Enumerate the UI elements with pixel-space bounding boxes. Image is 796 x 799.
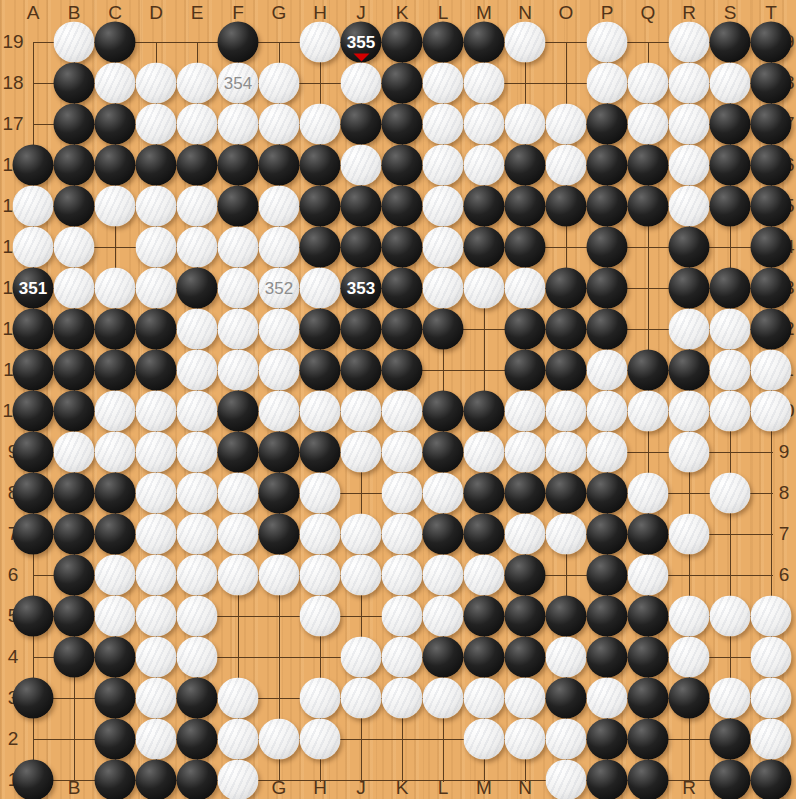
- stone-white-B19[interactable]: [54, 22, 95, 63]
- stone-black-S13[interactable]: [710, 268, 751, 309]
- stone-white-L8[interactable]: [423, 473, 464, 514]
- stone-white-J6[interactable]: [341, 555, 382, 596]
- stone-white-L3[interactable]: [423, 678, 464, 719]
- stone-black-B6[interactable]: [54, 555, 95, 596]
- stone-black-B10[interactable]: [54, 391, 95, 432]
- stone-white-C10[interactable]: [95, 391, 136, 432]
- stone-black-M15[interactable]: [464, 186, 505, 227]
- stone-black-N15[interactable]: [505, 186, 546, 227]
- stone-white-F1[interactable]: [218, 760, 259, 799]
- stone-black-M10[interactable]: [464, 391, 505, 432]
- stone-white-M9[interactable]: [464, 432, 505, 473]
- stone-white-K4[interactable]: [382, 637, 423, 678]
- stone-white-D9[interactable]: [136, 432, 177, 473]
- stone-white-O7[interactable]: [546, 514, 587, 555]
- stone-black-H15[interactable]: [300, 186, 341, 227]
- stone-black-T18[interactable]: [751, 63, 792, 104]
- stone-white-B14[interactable]: [54, 227, 95, 268]
- stone-white-H17[interactable]: [300, 104, 341, 145]
- stone-white-D15[interactable]: [136, 186, 177, 227]
- stone-black-K14[interactable]: [382, 227, 423, 268]
- stone-white-R12[interactable]: [669, 309, 710, 350]
- stone-black-C12[interactable]: [95, 309, 136, 350]
- stone-black-N12[interactable]: [505, 309, 546, 350]
- stone-white-K5[interactable]: [382, 596, 423, 637]
- stone-black-B8[interactable]: [54, 473, 95, 514]
- stone-white-E17[interactable]: [177, 104, 218, 145]
- stone-black-A16[interactable]: [13, 145, 54, 186]
- stone-white-F8[interactable]: [218, 473, 259, 514]
- stone-white-S18[interactable]: [710, 63, 751, 104]
- stone-white-N19[interactable]: [505, 22, 546, 63]
- stone-black-S17[interactable]: [710, 104, 751, 145]
- stone-black-R11[interactable]: [669, 350, 710, 391]
- stone-black-B16[interactable]: [54, 145, 95, 186]
- stone-white-J4[interactable]: [341, 637, 382, 678]
- stone-white-D5[interactable]: [136, 596, 177, 637]
- stone-black-O12[interactable]: [546, 309, 587, 350]
- stone-black-C8[interactable]: [95, 473, 136, 514]
- stone-black-S15[interactable]: [710, 186, 751, 227]
- stone-black-G7[interactable]: [259, 514, 300, 555]
- stone-white-F13[interactable]: [218, 268, 259, 309]
- stone-white-F14[interactable]: [218, 227, 259, 268]
- stone-black-Q5[interactable]: [628, 596, 669, 637]
- stone-white-M16[interactable]: [464, 145, 505, 186]
- stone-white-P9[interactable]: [587, 432, 628, 473]
- stone-black-J17[interactable]: [341, 104, 382, 145]
- stone-black-B5[interactable]: [54, 596, 95, 637]
- stone-black-P13[interactable]: [587, 268, 628, 309]
- stone-black-Q11[interactable]: [628, 350, 669, 391]
- stone-white-S10[interactable]: [710, 391, 751, 432]
- stone-black-K18[interactable]: [382, 63, 423, 104]
- stone-white-G10[interactable]: [259, 391, 300, 432]
- stone-white-G14[interactable]: [259, 227, 300, 268]
- stone-black-K17[interactable]: [382, 104, 423, 145]
- stone-white-G12[interactable]: [259, 309, 300, 350]
- stone-black-G8[interactable]: [259, 473, 300, 514]
- stone-black-Q2[interactable]: [628, 719, 669, 760]
- stone-white-E10[interactable]: [177, 391, 218, 432]
- stone-white-G17[interactable]: [259, 104, 300, 145]
- go-board[interactable]: AABBCCDDEEFFGGHHJJKKLLMMNNOOPPQQRRSSTT19…: [0, 0, 796, 799]
- stone-black-R3[interactable]: [669, 678, 710, 719]
- stone-black-T19[interactable]: [751, 22, 792, 63]
- stone-black-N16[interactable]: [505, 145, 546, 186]
- stone-black-D16[interactable]: [136, 145, 177, 186]
- stone-black-Q15[interactable]: [628, 186, 669, 227]
- stone-white-P19[interactable]: [587, 22, 628, 63]
- stone-white-R7[interactable]: [669, 514, 710, 555]
- stone-black-E3[interactable]: [177, 678, 218, 719]
- stone-white-T3[interactable]: [751, 678, 792, 719]
- stone-black-G16[interactable]: [259, 145, 300, 186]
- stone-white-N9[interactable]: [505, 432, 546, 473]
- stone-black-N5[interactable]: [505, 596, 546, 637]
- stone-white-O2[interactable]: [546, 719, 587, 760]
- stone-black-P14[interactable]: [587, 227, 628, 268]
- stone-white-M6[interactable]: [464, 555, 505, 596]
- stone-white-P11[interactable]: [587, 350, 628, 391]
- stone-white-D14[interactable]: [136, 227, 177, 268]
- stone-black-H12[interactable]: [300, 309, 341, 350]
- stone-white-M3[interactable]: [464, 678, 505, 719]
- stone-black-O5[interactable]: [546, 596, 587, 637]
- stone-black-T17[interactable]: [751, 104, 792, 145]
- stone-black-B18[interactable]: [54, 63, 95, 104]
- stone-black-L12[interactable]: [423, 309, 464, 350]
- stone-white-K10[interactable]: [382, 391, 423, 432]
- stone-black-B7[interactable]: [54, 514, 95, 555]
- stone-black-N14[interactable]: [505, 227, 546, 268]
- stone-black-J11[interactable]: [341, 350, 382, 391]
- stone-black-K19[interactable]: [382, 22, 423, 63]
- stone-white-R19[interactable]: [669, 22, 710, 63]
- stone-white-P3[interactable]: [587, 678, 628, 719]
- stone-black-C4[interactable]: [95, 637, 136, 678]
- stone-black-S16[interactable]: [710, 145, 751, 186]
- stone-black-K12[interactable]: [382, 309, 423, 350]
- stone-black-A12[interactable]: [13, 309, 54, 350]
- stone-white-G11[interactable]: [259, 350, 300, 391]
- stone-white-N2[interactable]: [505, 719, 546, 760]
- stone-black-E13[interactable]: [177, 268, 218, 309]
- stone-black-A8[interactable]: [13, 473, 54, 514]
- stone-black-A3[interactable]: [13, 678, 54, 719]
- stone-black-F9[interactable]: [218, 432, 259, 473]
- stone-white-F11[interactable]: [218, 350, 259, 391]
- stone-black-K13[interactable]: [382, 268, 423, 309]
- stone-white-F2[interactable]: [218, 719, 259, 760]
- stone-black-E16[interactable]: [177, 145, 218, 186]
- stone-white-H10[interactable]: [300, 391, 341, 432]
- stone-white-M13[interactable]: [464, 268, 505, 309]
- stone-white-J18[interactable]: [341, 63, 382, 104]
- stone-black-B4[interactable]: [54, 637, 95, 678]
- stone-white-R18[interactable]: [669, 63, 710, 104]
- stone-black-L7[interactable]: [423, 514, 464, 555]
- stone-black-P15[interactable]: [587, 186, 628, 227]
- stone-black-L9[interactable]: [423, 432, 464, 473]
- stone-black-R14[interactable]: [669, 227, 710, 268]
- stone-white-H5[interactable]: [300, 596, 341, 637]
- stone-black-A9[interactable]: [13, 432, 54, 473]
- stone-white-C9[interactable]: [95, 432, 136, 473]
- stone-black-D12[interactable]: [136, 309, 177, 350]
- stone-black-C3[interactable]: [95, 678, 136, 719]
- stone-white-Q17[interactable]: [628, 104, 669, 145]
- stone-black-N8[interactable]: [505, 473, 546, 514]
- stone-white-S3[interactable]: [710, 678, 751, 719]
- stone-black-S19[interactable]: [710, 22, 751, 63]
- stone-white-F7[interactable]: [218, 514, 259, 555]
- stone-white-Q6[interactable]: [628, 555, 669, 596]
- stone-white-O9[interactable]: [546, 432, 587, 473]
- stone-white-F3[interactable]: [218, 678, 259, 719]
- stone-white-R4[interactable]: [669, 637, 710, 678]
- stone-white-N10[interactable]: [505, 391, 546, 432]
- stone-white-N13[interactable]: [505, 268, 546, 309]
- stone-white-D17[interactable]: [136, 104, 177, 145]
- stone-white-D18[interactable]: [136, 63, 177, 104]
- stone-white-H6[interactable]: [300, 555, 341, 596]
- stone-black-A11[interactable]: [13, 350, 54, 391]
- stone-black-R13[interactable]: [669, 268, 710, 309]
- stone-black-J12[interactable]: [341, 309, 382, 350]
- stone-white-T2[interactable]: [751, 719, 792, 760]
- stone-black-P4[interactable]: [587, 637, 628, 678]
- stone-white-L13[interactable]: [423, 268, 464, 309]
- stone-white-D2[interactable]: [136, 719, 177, 760]
- stone-white-D13[interactable]: [136, 268, 177, 309]
- stone-white-L6[interactable]: [423, 555, 464, 596]
- stone-white-D3[interactable]: [136, 678, 177, 719]
- stone-white-C13[interactable]: [95, 268, 136, 309]
- stone-white-T5[interactable]: [751, 596, 792, 637]
- stone-black-P17[interactable]: [587, 104, 628, 145]
- stone-black-B17[interactable]: [54, 104, 95, 145]
- stone-black-E1[interactable]: [177, 760, 218, 799]
- stone-white-E7[interactable]: [177, 514, 218, 555]
- stone-black-M5[interactable]: [464, 596, 505, 637]
- stone-white-O16[interactable]: [546, 145, 587, 186]
- stone-white-H13[interactable]: [300, 268, 341, 309]
- stone-white-S8[interactable]: [710, 473, 751, 514]
- stone-white-M18[interactable]: [464, 63, 505, 104]
- stone-white-J16[interactable]: [341, 145, 382, 186]
- stone-white-O10[interactable]: [546, 391, 587, 432]
- stone-black-M7[interactable]: [464, 514, 505, 555]
- stone-black-P1[interactable]: [587, 760, 628, 799]
- stone-black-A7[interactable]: [13, 514, 54, 555]
- stone-white-L15[interactable]: [423, 186, 464, 227]
- stone-black-P6[interactable]: [587, 555, 628, 596]
- stone-black-O3[interactable]: [546, 678, 587, 719]
- stone-white-H2[interactable]: [300, 719, 341, 760]
- stone-white-E5[interactable]: [177, 596, 218, 637]
- stone-black-B11[interactable]: [54, 350, 95, 391]
- stone-white-R17[interactable]: [669, 104, 710, 145]
- stone-black-Q7[interactable]: [628, 514, 669, 555]
- stone-black-P16[interactable]: [587, 145, 628, 186]
- stone-white-A14[interactable]: [13, 227, 54, 268]
- stone-white-T10[interactable]: [751, 391, 792, 432]
- stone-white-F12[interactable]: [218, 309, 259, 350]
- stone-black-F15[interactable]: [218, 186, 259, 227]
- stone-black-N6[interactable]: [505, 555, 546, 596]
- stone-black-L4[interactable]: [423, 637, 464, 678]
- stone-white-E9[interactable]: [177, 432, 218, 473]
- stone-white-G15[interactable]: [259, 186, 300, 227]
- stone-white-K8[interactable]: [382, 473, 423, 514]
- stone-black-J14[interactable]: [341, 227, 382, 268]
- stone-white-T11[interactable]: [751, 350, 792, 391]
- stone-black-C17[interactable]: [95, 104, 136, 145]
- stone-black-S2[interactable]: [710, 719, 751, 760]
- stone-white-R5[interactable]: [669, 596, 710, 637]
- stone-black-M8[interactable]: [464, 473, 505, 514]
- stone-white-E6[interactable]: [177, 555, 218, 596]
- stone-black-E2[interactable]: [177, 719, 218, 760]
- stone-white-P18[interactable]: [587, 63, 628, 104]
- stone-white-G2[interactable]: [259, 719, 300, 760]
- stone-black-N11[interactable]: [505, 350, 546, 391]
- stone-black-B12[interactable]: [54, 309, 95, 350]
- stone-white-N7[interactable]: [505, 514, 546, 555]
- stone-black-B15[interactable]: [54, 186, 95, 227]
- stone-white-L18[interactable]: [423, 63, 464, 104]
- stone-black-Q4[interactable]: [628, 637, 669, 678]
- stone-white-H19[interactable]: [300, 22, 341, 63]
- stone-black-T16[interactable]: [751, 145, 792, 186]
- stone-white-C18[interactable]: [95, 63, 136, 104]
- stone-black-T14[interactable]: [751, 227, 792, 268]
- stone-black-P7[interactable]: [587, 514, 628, 555]
- stone-white-O17[interactable]: [546, 104, 587, 145]
- stone-black-M14[interactable]: [464, 227, 505, 268]
- stone-black-D1[interactable]: [136, 760, 177, 799]
- stone-black-T13[interactable]: [751, 268, 792, 309]
- stone-white-N3[interactable]: [505, 678, 546, 719]
- stone-white-R9[interactable]: [669, 432, 710, 473]
- stone-black-H14[interactable]: [300, 227, 341, 268]
- stone-white-J9[interactable]: [341, 432, 382, 473]
- stone-black-G9[interactable]: [259, 432, 300, 473]
- stone-white-B13[interactable]: [54, 268, 95, 309]
- stone-black-J13[interactable]: 353: [341, 268, 382, 309]
- stone-white-O1[interactable]: [546, 760, 587, 799]
- stone-white-D8[interactable]: [136, 473, 177, 514]
- stone-white-F17[interactable]: [218, 104, 259, 145]
- stone-white-F18[interactable]: 354: [218, 63, 259, 104]
- stone-white-B9[interactable]: [54, 432, 95, 473]
- stone-white-E15[interactable]: [177, 186, 218, 227]
- stone-white-T4[interactable]: [751, 637, 792, 678]
- stone-white-D10[interactable]: [136, 391, 177, 432]
- stone-white-K3[interactable]: [382, 678, 423, 719]
- stone-black-C19[interactable]: [95, 22, 136, 63]
- stone-white-E18[interactable]: [177, 63, 218, 104]
- stone-white-R10[interactable]: [669, 391, 710, 432]
- stone-white-E12[interactable]: [177, 309, 218, 350]
- stone-black-O11[interactable]: [546, 350, 587, 391]
- stone-white-L5[interactable]: [423, 596, 464, 637]
- stone-black-J15[interactable]: [341, 186, 382, 227]
- stone-black-S1[interactable]: [710, 760, 751, 799]
- stone-black-L10[interactable]: [423, 391, 464, 432]
- stone-white-K9[interactable]: [382, 432, 423, 473]
- stone-white-J7[interactable]: [341, 514, 382, 555]
- stone-white-H8[interactable]: [300, 473, 341, 514]
- stone-black-Q1[interactable]: [628, 760, 669, 799]
- stone-white-D6[interactable]: [136, 555, 177, 596]
- stone-black-L19[interactable]: [423, 22, 464, 63]
- stone-white-G18[interactable]: [259, 63, 300, 104]
- stone-white-C6[interactable]: [95, 555, 136, 596]
- stone-white-Q10[interactable]: [628, 391, 669, 432]
- stone-white-M17[interactable]: [464, 104, 505, 145]
- stone-black-D11[interactable]: [136, 350, 177, 391]
- stone-black-A1[interactable]: [13, 760, 54, 799]
- stone-black-A13[interactable]: 351: [13, 268, 54, 309]
- stone-white-E14[interactable]: [177, 227, 218, 268]
- stone-black-K16[interactable]: [382, 145, 423, 186]
- stone-black-P8[interactable]: [587, 473, 628, 514]
- stone-black-M4[interactable]: [464, 637, 505, 678]
- stone-white-H3[interactable]: [300, 678, 341, 719]
- stone-black-F16[interactable]: [218, 145, 259, 186]
- stone-white-P10[interactable]: [587, 391, 628, 432]
- stone-black-C7[interactable]: [95, 514, 136, 555]
- stone-white-F6[interactable]: [218, 555, 259, 596]
- stone-white-L14[interactable]: [423, 227, 464, 268]
- stone-black-K11[interactable]: [382, 350, 423, 391]
- stone-white-H7[interactable]: [300, 514, 341, 555]
- stone-black-T12[interactable]: [751, 309, 792, 350]
- stone-black-A5[interactable]: [13, 596, 54, 637]
- stone-white-G6[interactable]: [259, 555, 300, 596]
- stone-white-Q18[interactable]: [628, 63, 669, 104]
- stone-black-H9[interactable]: [300, 432, 341, 473]
- stone-white-R15[interactable]: [669, 186, 710, 227]
- stone-white-J10[interactable]: [341, 391, 382, 432]
- stone-black-O8[interactable]: [546, 473, 587, 514]
- stone-black-F19[interactable]: [218, 22, 259, 63]
- stone-white-N17[interactable]: [505, 104, 546, 145]
- stone-black-O13[interactable]: [546, 268, 587, 309]
- stone-white-R16[interactable]: [669, 145, 710, 186]
- stone-white-A15[interactable]: [13, 186, 54, 227]
- stone-black-P2[interactable]: [587, 719, 628, 760]
- stone-white-D7[interactable]: [136, 514, 177, 555]
- stone-white-M2[interactable]: [464, 719, 505, 760]
- stone-black-P12[interactable]: [587, 309, 628, 350]
- stone-white-E4[interactable]: [177, 637, 218, 678]
- stone-black-N4[interactable]: [505, 637, 546, 678]
- stone-white-E11[interactable]: [177, 350, 218, 391]
- stone-black-A10[interactable]: [13, 391, 54, 432]
- stone-white-S12[interactable]: [710, 309, 751, 350]
- stone-white-K6[interactable]: [382, 555, 423, 596]
- stone-white-D4[interactable]: [136, 637, 177, 678]
- stone-black-F10[interactable]: [218, 391, 259, 432]
- stone-white-S11[interactable]: [710, 350, 751, 391]
- stone-black-H11[interactable]: [300, 350, 341, 391]
- stone-white-C15[interactable]: [95, 186, 136, 227]
- stone-white-L17[interactable]: [423, 104, 464, 145]
- stone-white-K7[interactable]: [382, 514, 423, 555]
- stone-black-C1[interactable]: [95, 760, 136, 799]
- stone-black-Q16[interactable]: [628, 145, 669, 186]
- stone-white-E8[interactable]: [177, 473, 218, 514]
- stone-black-J19[interactable]: 355: [341, 22, 382, 63]
- stone-black-Q3[interactable]: [628, 678, 669, 719]
- stone-black-K15[interactable]: [382, 186, 423, 227]
- stone-black-M19[interactable]: [464, 22, 505, 63]
- stone-white-J3[interactable]: [341, 678, 382, 719]
- stone-white-Q8[interactable]: [628, 473, 669, 514]
- stone-black-O15[interactable]: [546, 186, 587, 227]
- stone-white-S5[interactable]: [710, 596, 751, 637]
- stone-black-H16[interactable]: [300, 145, 341, 186]
- stone-black-C16[interactable]: [95, 145, 136, 186]
- stone-white-C5[interactable]: [95, 596, 136, 637]
- stone-black-C2[interactable]: [95, 719, 136, 760]
- stone-black-T15[interactable]: [751, 186, 792, 227]
- stone-white-L16[interactable]: [423, 145, 464, 186]
- stone-white-O4[interactable]: [546, 637, 587, 678]
